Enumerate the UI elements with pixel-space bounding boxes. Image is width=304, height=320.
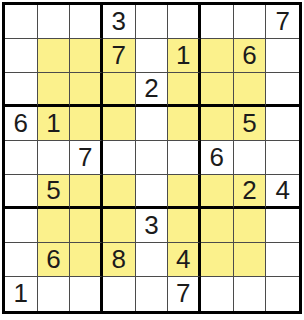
cell-r8c5[interactable] (136, 243, 169, 277)
cell-r5c2[interactable] (38, 141, 71, 175)
cell-r9c1[interactable]: 1 (5, 277, 38, 311)
cell-r6c4[interactable] (103, 175, 136, 209)
given-digit: 1 (14, 280, 28, 306)
cell-r4c5[interactable] (136, 107, 169, 141)
given-digit: 1 (176, 42, 190, 68)
cell-r3c3[interactable] (70, 73, 103, 107)
cell-r2c4[interactable]: 7 (103, 39, 136, 73)
cell-r1c8[interactable] (234, 5, 267, 39)
cell-r4c6[interactable] (168, 107, 201, 141)
cell-r3c5[interactable]: 2 (136, 73, 169, 107)
cell-r9c2[interactable] (38, 277, 71, 311)
cell-r1c1[interactable] (5, 5, 38, 39)
cell-r8c2[interactable]: 6 (38, 243, 71, 277)
cell-r5c8[interactable] (234, 141, 267, 175)
cell-r7c7[interactable] (201, 209, 234, 243)
cell-r7c2[interactable] (38, 209, 71, 243)
cell-r1c4[interactable]: 3 (103, 5, 136, 39)
cell-r6c3[interactable] (70, 175, 103, 209)
cell-r5c3[interactable]: 7 (70, 141, 103, 175)
cell-r2c8[interactable]: 6 (234, 39, 267, 73)
cell-r7c3[interactable] (70, 209, 103, 243)
cell-r2c7[interactable] (201, 39, 234, 73)
cell-r1c5[interactable] (136, 5, 169, 39)
given-digit: 2 (144, 75, 158, 101)
cell-r6c9[interactable]: 4 (266, 175, 299, 209)
cell-r1c9[interactable]: 7 (266, 5, 299, 39)
cell-r1c7[interactable] (201, 5, 234, 39)
cell-r8c1[interactable] (5, 243, 38, 277)
cell-r6c7[interactable] (201, 175, 234, 209)
given-digit: 4 (176, 246, 190, 272)
cell-r8c8[interactable] (234, 243, 267, 277)
given-digit: 6 (210, 144, 224, 170)
cell-r4c4[interactable] (103, 107, 136, 141)
cell-r1c6[interactable] (168, 5, 201, 39)
cell-r3c2[interactable] (38, 73, 71, 107)
cell-r4c3[interactable] (70, 107, 103, 141)
cell-r9c5[interactable] (136, 277, 169, 311)
cell-r2c1[interactable] (5, 39, 38, 73)
given-digit: 6 (46, 246, 60, 272)
cell-r6c8[interactable]: 2 (234, 175, 267, 209)
cell-r3c6[interactable] (168, 73, 201, 107)
cell-r9c4[interactable] (103, 277, 136, 311)
cell-r9c8[interactable] (234, 277, 267, 311)
cell-r4c2[interactable]: 1 (38, 107, 71, 141)
cell-r4c9[interactable] (266, 107, 299, 141)
cell-r4c8[interactable]: 5 (234, 107, 267, 141)
given-digit: 7 (275, 8, 289, 34)
given-digit: 6 (14, 110, 28, 136)
cell-r9c6[interactable]: 7 (168, 277, 201, 311)
cell-r2c5[interactable] (136, 39, 169, 73)
cell-r4c7[interactable] (201, 107, 234, 141)
cell-r8c9[interactable] (266, 243, 299, 277)
sudoku-board: 37716261576524368417 (2, 2, 302, 314)
given-digit: 2 (242, 177, 256, 203)
cell-r5c9[interactable] (266, 141, 299, 175)
cell-r3c9[interactable] (266, 73, 299, 107)
cell-r9c9[interactable] (266, 277, 299, 311)
cell-r8c6[interactable]: 4 (168, 243, 201, 277)
cell-r1c3[interactable] (70, 5, 103, 39)
cell-r6c1[interactable] (5, 175, 38, 209)
cell-r7c5[interactable]: 3 (136, 209, 169, 243)
given-digit: 8 (112, 246, 126, 272)
given-digit: 1 (46, 110, 60, 136)
cell-r1c2[interactable] (38, 5, 71, 39)
cell-r7c8[interactable] (234, 209, 267, 243)
cell-r3c1[interactable] (5, 73, 38, 107)
cell-r8c4[interactable]: 8 (103, 243, 136, 277)
cell-r7c1[interactable] (5, 209, 38, 243)
cell-r6c2[interactable]: 5 (38, 175, 71, 209)
cell-r3c8[interactable] (234, 73, 267, 107)
given-digit: 3 (112, 8, 126, 34)
cell-r9c7[interactable] (201, 277, 234, 311)
given-digit: 5 (46, 177, 60, 203)
cell-r5c1[interactable] (5, 141, 38, 175)
given-digit: 5 (242, 110, 256, 136)
cell-r2c6[interactable]: 1 (168, 39, 201, 73)
cell-r7c6[interactable] (168, 209, 201, 243)
cell-r5c6[interactable] (168, 141, 201, 175)
cell-r3c7[interactable] (201, 73, 234, 107)
given-digit: 7 (112, 42, 126, 68)
cell-r4c1[interactable]: 6 (5, 107, 38, 141)
given-digit: 4 (275, 177, 289, 203)
given-digit: 7 (176, 280, 190, 306)
cell-r8c3[interactable] (70, 243, 103, 277)
cell-r8c7[interactable] (201, 243, 234, 277)
cell-r2c9[interactable] (266, 39, 299, 73)
cell-r7c9[interactable] (266, 209, 299, 243)
cell-r5c5[interactable] (136, 141, 169, 175)
cell-r5c7[interactable]: 6 (201, 141, 234, 175)
cell-r3c4[interactable] (103, 73, 136, 107)
given-digit: 7 (78, 144, 92, 170)
cell-r5c4[interactable] (103, 141, 136, 175)
cell-r9c3[interactable] (70, 277, 103, 311)
cell-r6c5[interactable] (136, 175, 169, 209)
cell-r2c3[interactable] (70, 39, 103, 73)
given-digit: 6 (242, 42, 256, 68)
given-digit: 3 (144, 212, 158, 238)
cell-r7c4[interactable] (103, 209, 136, 243)
cell-r6c6[interactable] (168, 175, 201, 209)
cell-r2c2[interactable] (38, 39, 71, 73)
